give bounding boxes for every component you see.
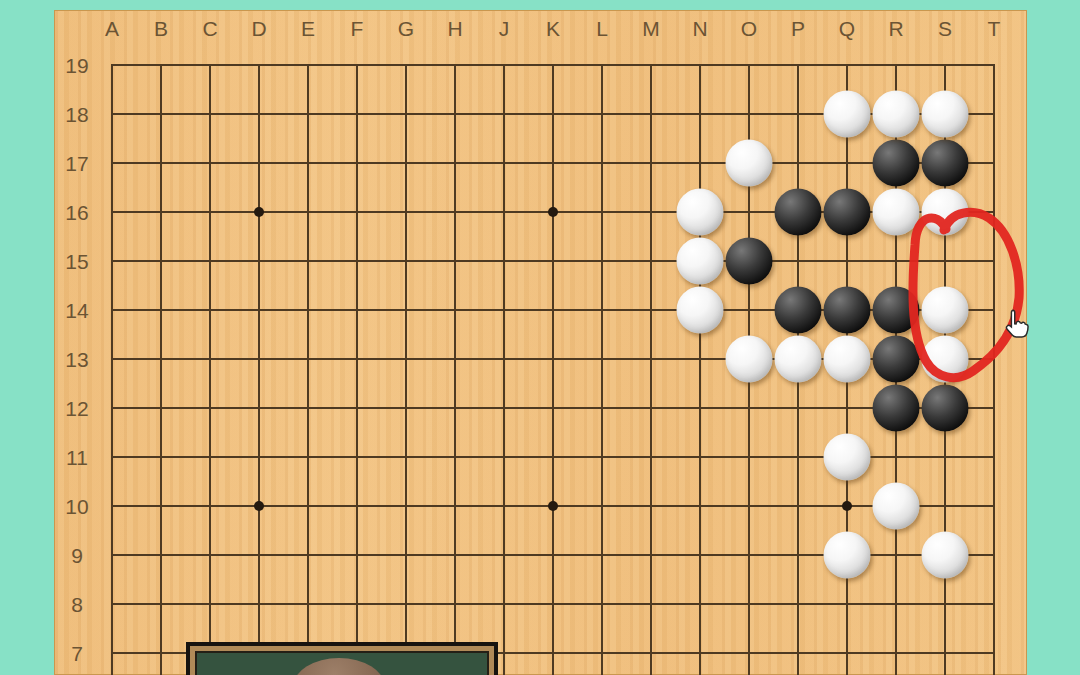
row-label-9: 9: [71, 545, 83, 566]
portrait-head: [293, 658, 385, 675]
row-label-10: 10: [65, 496, 88, 517]
stone-black-R14[interactable]: [873, 287, 920, 334]
stone-white-R18[interactable]: [873, 91, 920, 138]
col-label-E: E: [301, 18, 315, 39]
stone-black-S17[interactable]: [922, 140, 969, 187]
grid-line-col-E: [307, 64, 309, 675]
grid-line-col-K: [552, 64, 554, 675]
stone-white-Q18[interactable]: [824, 91, 871, 138]
col-label-J: J: [499, 18, 510, 39]
stone-white-O13[interactable]: [726, 336, 773, 383]
star-point-K10: [548, 501, 558, 511]
stone-white-N15[interactable]: [677, 238, 724, 285]
screen: ABCDEFGHJKLMNOPQRST191817161514131211109…: [0, 0, 1080, 675]
stone-white-N16[interactable]: [677, 189, 724, 236]
grid-line-col-G: [405, 64, 407, 675]
row-label-18: 18: [65, 104, 88, 125]
col-label-M: M: [642, 18, 660, 39]
stone-black-R12[interactable]: [873, 385, 920, 432]
stone-black-S12[interactable]: [922, 385, 969, 432]
col-label-G: G: [398, 18, 414, 39]
stone-white-S16[interactable]: [922, 189, 969, 236]
stone-white-R10[interactable]: [873, 483, 920, 530]
star-point-D10: [254, 501, 264, 511]
col-label-T: T: [988, 18, 1001, 39]
row-label-8: 8: [71, 594, 83, 615]
grid-line-row-19: [111, 64, 995, 66]
stone-black-O15[interactable]: [726, 238, 773, 285]
col-label-K: K: [546, 18, 560, 39]
grid-line-col-M: [650, 64, 652, 675]
stone-black-R13[interactable]: [873, 336, 920, 383]
col-label-H: H: [447, 18, 462, 39]
star-point-Q10: [842, 501, 852, 511]
grid-line-col-L: [601, 64, 603, 675]
col-label-F: F: [351, 18, 364, 39]
stone-black-P16[interactable]: [775, 189, 822, 236]
grid-line-row-8: [111, 603, 995, 605]
picture-in-picture-overlay: [186, 642, 498, 675]
grid-line-col-A: [111, 64, 113, 675]
stone-white-S18[interactable]: [922, 91, 969, 138]
row-label-16: 16: [65, 202, 88, 223]
row-label-12: 12: [65, 398, 88, 419]
grid-line-col-B: [160, 64, 162, 675]
stone-white-Q9[interactable]: [824, 532, 871, 579]
picture-frame-inner: [190, 646, 494, 675]
col-label-C: C: [202, 18, 217, 39]
grid-line-col-T: [993, 64, 995, 675]
grid-line-row-15: [111, 260, 995, 262]
row-label-7: 7: [71, 643, 83, 664]
grid-line-col-C: [209, 64, 211, 675]
stone-black-R17[interactable]: [873, 140, 920, 187]
col-label-O: O: [741, 18, 757, 39]
stone-white-O17[interactable]: [726, 140, 773, 187]
grid-line-col-N: [699, 64, 701, 675]
stone-white-N14[interactable]: [677, 287, 724, 334]
row-label-14: 14: [65, 300, 88, 321]
col-label-D: D: [251, 18, 266, 39]
stone-white-Q11[interactable]: [824, 434, 871, 481]
row-label-19: 19: [65, 55, 88, 76]
col-label-R: R: [888, 18, 903, 39]
col-label-N: N: [692, 18, 707, 39]
grid-line-col-J: [503, 64, 505, 675]
col-label-S: S: [938, 18, 952, 39]
stone-black-Q16[interactable]: [824, 189, 871, 236]
col-label-A: A: [105, 18, 119, 39]
stone-black-Q14[interactable]: [824, 287, 871, 334]
col-label-B: B: [154, 18, 168, 39]
grid-line-col-F: [356, 64, 358, 675]
grid-line-col-D: [258, 64, 260, 675]
stone-white-S14[interactable]: [922, 287, 969, 334]
stone-black-P14[interactable]: [775, 287, 822, 334]
col-label-Q: Q: [839, 18, 855, 39]
stone-white-Q13[interactable]: [824, 336, 871, 383]
stone-white-S9[interactable]: [922, 532, 969, 579]
row-label-17: 17: [65, 153, 88, 174]
grid-line-col-H: [454, 64, 456, 675]
star-point-D16: [254, 207, 264, 217]
stone-white-S13[interactable]: [922, 336, 969, 383]
stone-white-R16[interactable]: [873, 189, 920, 236]
star-point-K16: [548, 207, 558, 217]
grid-line-row-17: [111, 162, 995, 164]
col-label-L: L: [596, 18, 608, 39]
stone-white-P13[interactable]: [775, 336, 822, 383]
row-label-11: 11: [66, 447, 88, 468]
row-label-15: 15: [65, 251, 88, 272]
col-label-P: P: [791, 18, 805, 39]
row-label-13: 13: [65, 349, 88, 370]
grid-line-row-12: [111, 407, 995, 409]
